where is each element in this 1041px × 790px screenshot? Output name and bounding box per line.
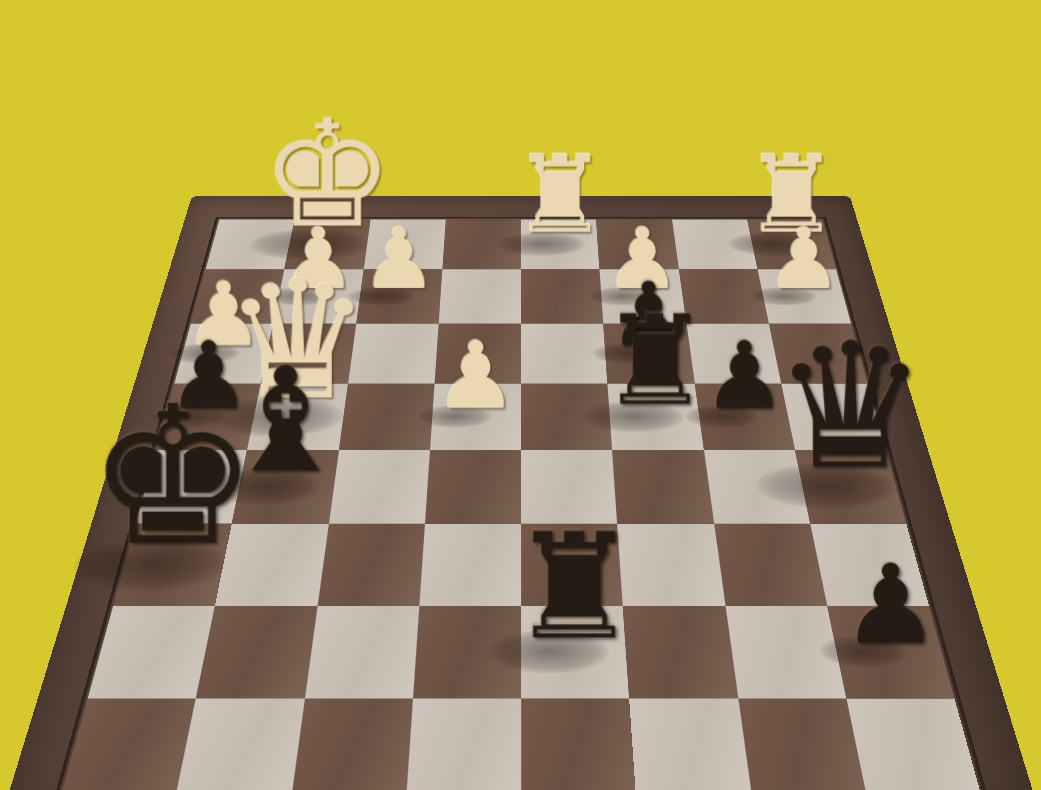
square-h1[interactable] [846,699,983,790]
square-b2[interactable] [195,606,316,699]
chess-board-3d: ♚♜♜♟♟♟♟♟♟♟♛♟♜♟♝♛♚♜♟ [0,197,1041,790]
square-e1[interactable] [521,699,637,790]
square-b1[interactable] [174,699,304,790]
white-pawn-h7[interactable]: ♟ [715,217,893,301]
square-h4[interactable]: ♛ [794,450,906,524]
black-pawn-h2[interactable]: ♟ [775,550,1007,660]
square-f1[interactable] [629,699,752,790]
square-c2[interactable] [304,606,419,699]
black-rook-e2[interactable]: ♜ [458,514,690,660]
square-a3[interactable]: ♚ [113,524,232,606]
square-e2[interactable]: ♜ [521,606,629,699]
square-g1[interactable] [737,699,867,790]
square-d5[interactable]: ♟ [429,384,520,450]
square-c3[interactable] [317,524,425,606]
square-h2[interactable]: ♟ [826,606,953,699]
chess-scene: ♚♜♜♟♟♟♟♟♟♟♛♟♜♟♝♛♚♜♟ [0,0,1041,790]
app-background: { "app": { "background_color": "#d7c82e"… [0,0,1041,790]
square-a1[interactable] [58,699,195,790]
board-frame: ♚♜♜♟♟♟♟♟♟♟♛♟♜♟♝♛♚♜♟ [0,197,1041,790]
black-king-a3[interactable]: ♚ [63,381,281,572]
black-queen-h4[interactable]: ♛ [747,320,953,493]
white-pawn-d5[interactable]: ♟ [378,330,574,423]
square-d1[interactable] [405,699,521,790]
square-d4[interactable] [424,450,520,524]
square-a2[interactable] [87,606,214,699]
board-grid: ♚♜♜♟♟♟♟♟♟♟♛♟♜♟♝♛♚♜♟ [58,220,983,790]
square-c1[interactable] [289,699,412,790]
